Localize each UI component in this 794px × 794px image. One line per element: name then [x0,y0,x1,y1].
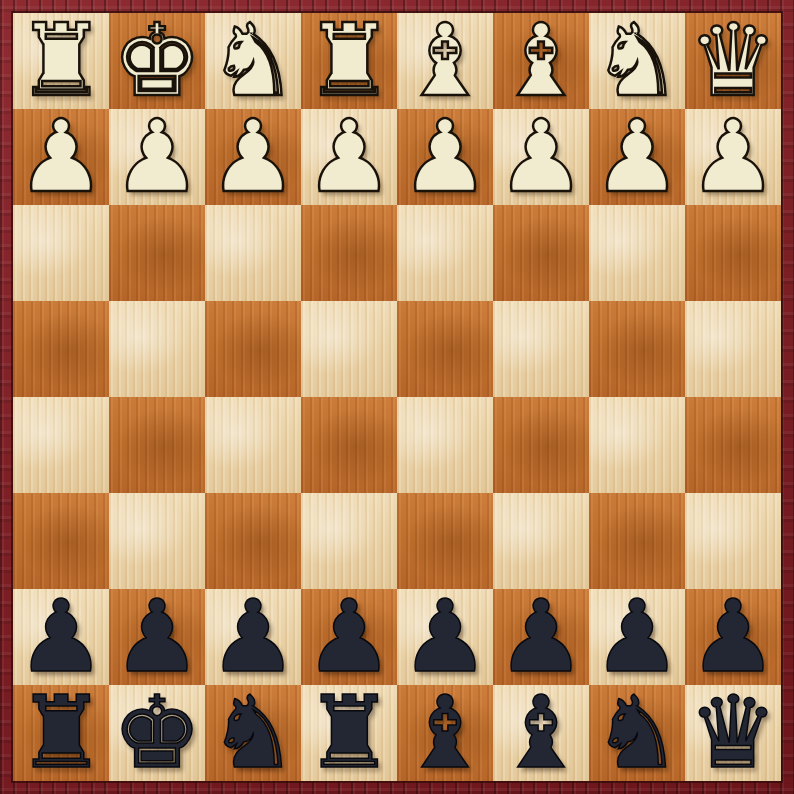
square-b4[interactable] [589,301,685,397]
piece-black-knight[interactable]: ♞ [589,685,685,781]
square-f8[interactable]: ♞ [205,685,301,781]
square-b7[interactable]: ♟ [589,589,685,685]
square-g5[interactable] [109,397,205,493]
piece-white-bishop[interactable]: ♝ [493,13,589,109]
square-a3[interactable] [685,205,781,301]
square-d8[interactable]: ♝ [397,685,493,781]
square-c1[interactable]: ♝ [493,13,589,109]
square-e6[interactable] [301,493,397,589]
square-b5[interactable] [589,397,685,493]
square-h8[interactable]: ♜ [13,685,109,781]
square-e2[interactable]: ♟ [301,109,397,205]
square-e5[interactable] [301,397,397,493]
chess-board-frame: ♜♚♞♜♝♝♞♛♟♟♟♟♟♟♟♟♟♟♟♟♟♟♟♟♜♚♞♜♝♝♞♛ [0,0,794,794]
square-h7[interactable]: ♟ [13,589,109,685]
piece-white-pawn[interactable]: ♟ [685,109,781,205]
piece-black-pawn[interactable]: ♟ [685,589,781,685]
square-d7[interactable]: ♟ [397,589,493,685]
square-b3[interactable] [589,205,685,301]
square-d6[interactable] [397,493,493,589]
square-h3[interactable] [13,205,109,301]
square-g3[interactable] [109,205,205,301]
square-a1[interactable]: ♛ [685,13,781,109]
square-c3[interactable] [493,205,589,301]
square-d5[interactable] [397,397,493,493]
square-g8[interactable]: ♚ [109,685,205,781]
square-b1[interactable]: ♞ [589,13,685,109]
square-c5[interactable] [493,397,589,493]
square-e3[interactable] [301,205,397,301]
square-c7[interactable]: ♟ [493,589,589,685]
square-a5[interactable] [685,397,781,493]
square-h2[interactable]: ♟ [13,109,109,205]
square-a7[interactable]: ♟ [685,589,781,685]
piece-black-bishop[interactable]: ♝ [397,685,493,781]
square-f5[interactable] [205,397,301,493]
piece-white-rook[interactable]: ♜ [13,13,109,109]
square-h1[interactable]: ♜ [13,13,109,109]
square-e1[interactable]: ♜ [301,13,397,109]
piece-black-rook[interactable]: ♜ [301,685,397,781]
square-a2[interactable]: ♟ [685,109,781,205]
chess-board: ♜♚♞♜♝♝♞♛♟♟♟♟♟♟♟♟♟♟♟♟♟♟♟♟♜♚♞♜♝♝♞♛ [13,13,781,781]
piece-white-pawn[interactable]: ♟ [205,109,301,205]
square-c8[interactable]: ♝ [493,685,589,781]
piece-black-rook[interactable]: ♜ [13,685,109,781]
square-a4[interactable] [685,301,781,397]
piece-white-knight[interactable]: ♞ [589,13,685,109]
square-b8[interactable]: ♞ [589,685,685,781]
piece-black-pawn[interactable]: ♟ [397,589,493,685]
square-d2[interactable]: ♟ [397,109,493,205]
square-g6[interactable] [109,493,205,589]
piece-white-pawn[interactable]: ♟ [109,109,205,205]
square-f2[interactable]: ♟ [205,109,301,205]
square-h4[interactable] [13,301,109,397]
piece-black-pawn[interactable]: ♟ [301,589,397,685]
square-e7[interactable]: ♟ [301,589,397,685]
piece-white-bishop[interactable]: ♝ [397,13,493,109]
square-g4[interactable] [109,301,205,397]
square-c6[interactable] [493,493,589,589]
square-f3[interactable] [205,205,301,301]
square-f7[interactable]: ♟ [205,589,301,685]
square-a8[interactable]: ♛ [685,685,781,781]
square-c4[interactable] [493,301,589,397]
square-c2[interactable]: ♟ [493,109,589,205]
piece-black-king[interactable]: ♚ [109,685,205,781]
square-a6[interactable] [685,493,781,589]
piece-white-pawn[interactable]: ♟ [493,109,589,205]
square-e4[interactable] [301,301,397,397]
piece-black-pawn[interactable]: ♟ [109,589,205,685]
square-b6[interactable] [589,493,685,589]
square-f6[interactable] [205,493,301,589]
square-f1[interactable]: ♞ [205,13,301,109]
square-g1[interactable]: ♚ [109,13,205,109]
piece-white-pawn[interactable]: ♟ [13,109,109,205]
square-b2[interactable]: ♟ [589,109,685,205]
piece-white-pawn[interactable]: ♟ [301,109,397,205]
square-d1[interactable]: ♝ [397,13,493,109]
piece-white-knight[interactable]: ♞ [205,13,301,109]
piece-black-pawn[interactable]: ♟ [493,589,589,685]
square-d4[interactable] [397,301,493,397]
square-g2[interactable]: ♟ [109,109,205,205]
piece-black-pawn[interactable]: ♟ [13,589,109,685]
piece-white-king[interactable]: ♚ [109,13,205,109]
piece-black-pawn[interactable]: ♟ [589,589,685,685]
piece-black-pawn[interactable]: ♟ [205,589,301,685]
square-d3[interactable] [397,205,493,301]
piece-black-queen[interactable]: ♛ [685,685,781,781]
square-g7[interactable]: ♟ [109,589,205,685]
square-h6[interactable] [13,493,109,589]
piece-white-pawn[interactable]: ♟ [589,109,685,205]
square-f4[interactable] [205,301,301,397]
piece-black-knight[interactable]: ♞ [205,685,301,781]
piece-white-queen[interactable]: ♛ [685,13,781,109]
square-e8[interactable]: ♜ [301,685,397,781]
piece-white-pawn[interactable]: ♟ [397,109,493,205]
square-h5[interactable] [13,397,109,493]
piece-black-bishop[interactable]: ♝ [493,685,589,781]
piece-white-rook[interactable]: ♜ [301,13,397,109]
